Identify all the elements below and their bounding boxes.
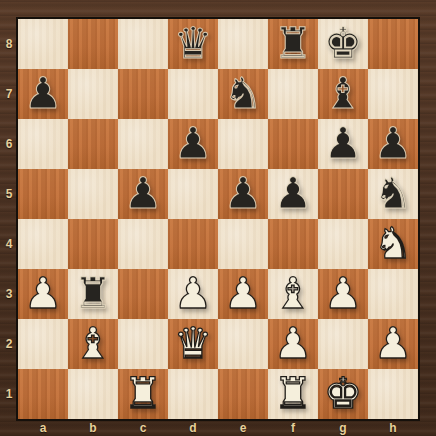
black-pawn-h6[interactable]: ♟ <box>374 122 413 165</box>
white-rook-f1[interactable]: ♜ <box>274 372 313 415</box>
black-rook-b3[interactable]: ♜ <box>74 272 113 315</box>
square-a5[interactable] <box>18 169 68 219</box>
square-a1[interactable] <box>18 369 68 419</box>
square-d8[interactable]: ♛ <box>168 19 218 69</box>
file-label-a: a <box>18 421 68 436</box>
square-b7[interactable] <box>68 69 118 119</box>
rank-label-1: 1 <box>0 369 18 419</box>
white-pawn-d3[interactable]: ♟ <box>174 272 213 315</box>
white-pawn-a3[interactable]: ♟ <box>24 272 63 315</box>
square-c6[interactable] <box>118 119 168 169</box>
square-c2[interactable] <box>118 319 168 369</box>
square-h8[interactable] <box>368 19 418 69</box>
square-g4[interactable] <box>318 219 368 269</box>
rank-label-2: 2 <box>0 319 18 369</box>
file-label-g: g <box>318 421 368 436</box>
white-queen-d2[interactable]: ♛ <box>174 322 213 365</box>
white-bishop-b2[interactable]: ♝ <box>74 322 113 365</box>
square-g5[interactable] <box>318 169 368 219</box>
rank-label-6: 6 <box>0 119 18 169</box>
white-king-g1[interactable]: ♚ <box>324 372 363 415</box>
square-g7[interactable]: ♝ <box>318 69 368 119</box>
square-d3[interactable]: ♟ <box>168 269 218 319</box>
square-f1[interactable]: ♜ <box>268 369 318 419</box>
white-bishop-f3[interactable]: ♝ <box>274 272 313 315</box>
file-label-h: h <box>368 421 418 436</box>
square-g2[interactable] <box>318 319 368 369</box>
square-b4[interactable] <box>68 219 118 269</box>
square-a2[interactable] <box>18 319 68 369</box>
square-e6[interactable] <box>218 119 268 169</box>
square-f5[interactable]: ♟ <box>268 169 318 219</box>
square-d1[interactable] <box>168 369 218 419</box>
square-a7[interactable]: ♟ <box>18 69 68 119</box>
file-label-b: b <box>68 421 118 436</box>
square-h4[interactable]: ♞ <box>368 219 418 269</box>
white-pawn-h2[interactable]: ♟ <box>374 322 413 365</box>
square-a8[interactable] <box>18 19 68 69</box>
square-b8[interactable] <box>68 19 118 69</box>
square-c7[interactable] <box>118 69 168 119</box>
rank-labels: 87654321 <box>0 19 18 419</box>
black-pawn-d6[interactable]: ♟ <box>174 122 213 165</box>
square-f4[interactable] <box>268 219 318 269</box>
square-f8[interactable]: ♜ <box>268 19 318 69</box>
file-label-e: e <box>218 421 268 436</box>
rank-label-3: 3 <box>0 269 18 319</box>
square-e5[interactable]: ♟ <box>218 169 268 219</box>
white-pawn-f2[interactable]: ♟ <box>274 322 313 365</box>
square-b5[interactable] <box>68 169 118 219</box>
white-pawn-e3[interactable]: ♟ <box>224 272 263 315</box>
black-pawn-f5[interactable]: ♟ <box>274 172 313 215</box>
square-d5[interactable] <box>168 169 218 219</box>
square-b6[interactable] <box>68 119 118 169</box>
square-h6[interactable]: ♟ <box>368 119 418 169</box>
black-king-g8[interactable]: ♚ <box>324 22 363 65</box>
square-d7[interactable] <box>168 69 218 119</box>
rank-label-7: 7 <box>0 69 18 119</box>
chessboard-frame: 87654321 abcdefgh ♛♜♚♟♞♝♟♟♟♟♟♟♞♞♟♜♟♟♝♟♝♛… <box>0 0 436 436</box>
square-c4[interactable] <box>118 219 168 269</box>
white-pawn-g3[interactable]: ♟ <box>324 272 363 315</box>
black-pawn-a7[interactable]: ♟ <box>24 72 63 115</box>
square-e8[interactable] <box>218 19 268 69</box>
square-g3[interactable]: ♟ <box>318 269 368 319</box>
white-knight-h4[interactable]: ♞ <box>374 222 413 265</box>
square-a3[interactable]: ♟ <box>18 269 68 319</box>
file-label-c: c <box>118 421 168 436</box>
square-f2[interactable]: ♟ <box>268 319 318 369</box>
square-e4[interactable] <box>218 219 268 269</box>
square-h2[interactable]: ♟ <box>368 319 418 369</box>
square-a4[interactable] <box>18 219 68 269</box>
square-c3[interactable] <box>118 269 168 319</box>
square-f3[interactable]: ♝ <box>268 269 318 319</box>
black-rook-f8[interactable]: ♜ <box>274 22 313 65</box>
black-pawn-g6[interactable]: ♟ <box>324 122 363 165</box>
square-h7[interactable] <box>368 69 418 119</box>
file-label-f: f <box>268 421 318 436</box>
square-b1[interactable] <box>68 369 118 419</box>
square-g8[interactable]: ♚ <box>318 19 368 69</box>
square-c5[interactable]: ♟ <box>118 169 168 219</box>
square-e1[interactable] <box>218 369 268 419</box>
square-g6[interactable]: ♟ <box>318 119 368 169</box>
square-e7[interactable]: ♞ <box>218 69 268 119</box>
black-pawn-e5[interactable]: ♟ <box>224 172 263 215</box>
chessboard: ♛♜♚♟♞♝♟♟♟♟♟♟♞♞♟♜♟♟♝♟♝♛♟♟♜♜♚ <box>18 19 418 419</box>
rank-label-5: 5 <box>0 169 18 219</box>
square-h5[interactable]: ♞ <box>368 169 418 219</box>
square-h3[interactable] <box>368 269 418 319</box>
square-d4[interactable] <box>168 219 218 269</box>
square-h1[interactable] <box>368 369 418 419</box>
square-e3[interactable]: ♟ <box>218 269 268 319</box>
square-f7[interactable] <box>268 69 318 119</box>
square-d2[interactable]: ♛ <box>168 319 218 369</box>
square-f6[interactable] <box>268 119 318 169</box>
black-knight-h5[interactable]: ♞ <box>374 172 413 215</box>
file-labels: abcdefgh <box>18 421 418 436</box>
square-b2[interactable]: ♝ <box>68 319 118 369</box>
black-pawn-c5[interactable]: ♟ <box>124 172 163 215</box>
file-label-d: d <box>168 421 218 436</box>
black-knight-e7[interactable]: ♞ <box>224 72 263 115</box>
black-queen-d8[interactable]: ♛ <box>174 22 213 65</box>
rank-label-8: 8 <box>0 19 18 69</box>
white-rook-c1[interactable]: ♜ <box>124 372 163 415</box>
square-d6[interactable]: ♟ <box>168 119 218 169</box>
square-b3[interactable]: ♜ <box>68 269 118 319</box>
square-c8[interactable] <box>118 19 168 69</box>
black-bishop-g7[interactable]: ♝ <box>324 72 363 115</box>
square-g1[interactable]: ♚ <box>318 369 368 419</box>
square-c1[interactable]: ♜ <box>118 369 168 419</box>
square-a6[interactable] <box>18 119 68 169</box>
square-e2[interactable] <box>218 319 268 369</box>
rank-label-4: 4 <box>0 219 18 269</box>
